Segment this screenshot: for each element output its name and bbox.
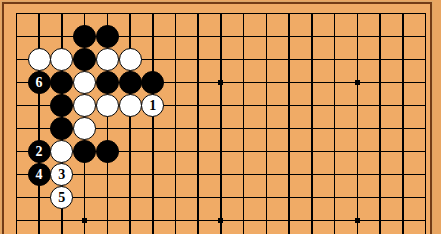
intersection: [50, 25, 73, 48]
intersection: [255, 163, 278, 186]
intersection: [210, 140, 233, 163]
intersection: [278, 140, 301, 163]
stone-number: 1: [149, 99, 156, 113]
intersection: [232, 186, 255, 209]
stone-number: 3: [58, 168, 65, 182]
intersection: [5, 163, 28, 186]
white-stone: [96, 48, 119, 71]
intersection: [232, 94, 255, 117]
intersection: [232, 2, 255, 25]
intersection: [346, 140, 369, 163]
white-stone: [28, 48, 51, 71]
white-stone: [50, 48, 73, 71]
intersection: [50, 232, 73, 234]
intersection: [301, 2, 324, 25]
intersection: [414, 232, 437, 234]
intersection: [50, 48, 73, 71]
intersection: [141, 163, 164, 186]
stone-number: 2: [36, 145, 43, 159]
intersection: [164, 232, 187, 234]
intersection: [210, 163, 233, 186]
intersection: [301, 140, 324, 163]
intersection: [187, 140, 210, 163]
intersection: [278, 25, 301, 48]
intersection: [73, 25, 96, 48]
intersection: [210, 94, 233, 117]
intersection: [28, 94, 51, 117]
intersection: [210, 209, 233, 232]
stone-number: 5: [58, 191, 65, 205]
intersection: [73, 232, 96, 234]
white-stone: 1: [141, 94, 164, 117]
intersection: [210, 2, 233, 25]
intersection: 3: [50, 163, 73, 186]
intersection: [5, 25, 28, 48]
intersection: [323, 186, 346, 209]
intersection: [255, 186, 278, 209]
intersection: [5, 94, 28, 117]
intersection: 6: [28, 71, 51, 94]
intersection: [391, 140, 414, 163]
intersection: [232, 71, 255, 94]
intersection: [187, 186, 210, 209]
intersection: [414, 209, 437, 232]
intersection: [210, 25, 233, 48]
intersection: [414, 25, 437, 48]
intersection: [369, 186, 392, 209]
black-stone: [50, 71, 73, 94]
intersection: [391, 163, 414, 186]
intersection: [96, 232, 119, 234]
intersection: [210, 71, 233, 94]
star-point: [355, 80, 360, 85]
intersection: [141, 232, 164, 234]
intersection: [414, 186, 437, 209]
intersection: [369, 25, 392, 48]
intersection: [96, 209, 119, 232]
intersection: [278, 117, 301, 140]
white-stone: [96, 94, 119, 117]
intersection: [96, 48, 119, 71]
intersection: [119, 163, 142, 186]
intersection: [119, 94, 142, 117]
intersection: 1: [141, 94, 164, 117]
white-stone: [50, 140, 73, 163]
intersection: [164, 94, 187, 117]
intersection: [301, 232, 324, 234]
white-stone: [119, 48, 142, 71]
intersection: [73, 163, 96, 186]
stone-number: 4: [36, 168, 43, 182]
stone-number: 6: [36, 76, 43, 90]
intersection: [346, 117, 369, 140]
intersection: [187, 71, 210, 94]
intersection: [278, 232, 301, 234]
intersection: [50, 117, 73, 140]
star-point: [355, 218, 360, 223]
intersection: [141, 48, 164, 71]
intersection: [119, 25, 142, 48]
intersection: [369, 2, 392, 25]
intersection: [414, 71, 437, 94]
intersection: [164, 2, 187, 25]
intersection: [73, 94, 96, 117]
black-stone: [50, 117, 73, 140]
intersection: [232, 48, 255, 71]
intersection: [119, 209, 142, 232]
intersection: 5: [50, 186, 73, 209]
intersection: [119, 186, 142, 209]
intersection: 4: [28, 163, 51, 186]
intersection: [391, 71, 414, 94]
black-stone: [96, 71, 119, 94]
intersection: [96, 186, 119, 209]
intersection: [164, 48, 187, 71]
intersection: [50, 2, 73, 25]
intersection: [210, 48, 233, 71]
intersection: [323, 117, 346, 140]
intersection: [73, 2, 96, 25]
white-stone: 3: [50, 163, 73, 186]
intersection: [391, 232, 414, 234]
intersection: [96, 94, 119, 117]
intersection: [119, 2, 142, 25]
intersection: [96, 25, 119, 48]
intersection: [28, 209, 51, 232]
intersection: [141, 209, 164, 232]
intersection: [301, 117, 324, 140]
intersection: [255, 209, 278, 232]
intersection: [346, 71, 369, 94]
intersection: [255, 2, 278, 25]
intersection: [96, 140, 119, 163]
intersection: [232, 163, 255, 186]
intersection: [210, 117, 233, 140]
intersection: [369, 209, 392, 232]
intersection: [278, 163, 301, 186]
intersection: [255, 94, 278, 117]
intersection: [141, 71, 164, 94]
intersection: [119, 140, 142, 163]
intersection: [164, 209, 187, 232]
intersection: [391, 117, 414, 140]
black-stone: [96, 25, 119, 48]
intersection: [232, 209, 255, 232]
intersection: [141, 140, 164, 163]
intersection: [73, 209, 96, 232]
intersection: [323, 48, 346, 71]
intersection: [278, 186, 301, 209]
intersection: [391, 186, 414, 209]
intersection: [323, 163, 346, 186]
intersection: [5, 209, 28, 232]
intersection: [164, 25, 187, 48]
intersection: [50, 71, 73, 94]
intersection: [369, 117, 392, 140]
intersection: [73, 48, 96, 71]
intersection: [255, 71, 278, 94]
black-stone: [73, 48, 96, 71]
intersection: [164, 140, 187, 163]
white-stone: 5: [50, 186, 73, 209]
intersection: [369, 48, 392, 71]
intersection: [5, 71, 28, 94]
intersection: [232, 25, 255, 48]
intersection: [28, 117, 51, 140]
intersection: [164, 117, 187, 140]
star-point: [82, 218, 87, 223]
intersection: [164, 186, 187, 209]
intersection: [346, 25, 369, 48]
intersection: [369, 232, 392, 234]
intersection: [164, 163, 187, 186]
intersection: [369, 94, 392, 117]
intersection: [5, 232, 28, 234]
intersection: [346, 163, 369, 186]
intersection: [5, 2, 28, 25]
intersection: [391, 94, 414, 117]
intersection: [187, 48, 210, 71]
intersection: [391, 209, 414, 232]
intersection: [346, 48, 369, 71]
intersection: [278, 94, 301, 117]
black-stone: [73, 25, 96, 48]
intersection: [346, 2, 369, 25]
intersection: [369, 71, 392, 94]
intersection: [278, 48, 301, 71]
intersection: [73, 140, 96, 163]
intersection: [414, 94, 437, 117]
intersection: [141, 186, 164, 209]
intersection: [119, 48, 142, 71]
intersection: [369, 140, 392, 163]
black-stone: 6: [28, 71, 51, 94]
intersection: [28, 186, 51, 209]
intersection: [187, 94, 210, 117]
intersection: [323, 232, 346, 234]
intersection: [5, 117, 28, 140]
intersection: [50, 209, 73, 232]
intersection: [28, 2, 51, 25]
intersection: [346, 94, 369, 117]
intersection: [73, 117, 96, 140]
intersection: [187, 2, 210, 25]
intersection: [96, 2, 119, 25]
intersection: [187, 232, 210, 234]
black-stone: [96, 140, 119, 163]
intersection: [96, 71, 119, 94]
intersection: [391, 2, 414, 25]
intersection: [232, 117, 255, 140]
intersection: [301, 71, 324, 94]
intersection: [414, 163, 437, 186]
intersection: [414, 140, 437, 163]
intersection: [232, 140, 255, 163]
intersection: [346, 209, 369, 232]
star-point: [218, 80, 223, 85]
intersection: [96, 163, 119, 186]
intersection: [210, 186, 233, 209]
intersection: [28, 48, 51, 71]
black-stone: [119, 71, 142, 94]
intersection: [141, 117, 164, 140]
intersection: [210, 232, 233, 234]
intersection: [5, 140, 28, 163]
intersection: [301, 94, 324, 117]
intersection: [278, 209, 301, 232]
go-board-diagram: 612435: [0, 0, 441, 234]
intersection: [28, 25, 51, 48]
black-stone: 2: [28, 140, 51, 163]
star-point: [218, 218, 223, 223]
intersection: [301, 209, 324, 232]
intersection: [369, 163, 392, 186]
intersection: [255, 140, 278, 163]
intersection: [255, 25, 278, 48]
intersection: [73, 186, 96, 209]
board-grid: 612435: [5, 2, 437, 234]
intersection: [391, 48, 414, 71]
intersection: [5, 48, 28, 71]
intersection: [414, 117, 437, 140]
intersection: [50, 94, 73, 117]
intersection: [119, 117, 142, 140]
intersection: [187, 163, 210, 186]
white-stone: [73, 117, 96, 140]
black-stone: [73, 140, 96, 163]
intersection: [141, 2, 164, 25]
intersection: [346, 186, 369, 209]
intersection: [323, 209, 346, 232]
intersection: [278, 2, 301, 25]
intersection: [301, 25, 324, 48]
intersection: 2: [28, 140, 51, 163]
intersection: [323, 25, 346, 48]
black-stone: [141, 71, 164, 94]
intersection: [323, 140, 346, 163]
intersection: [414, 48, 437, 71]
intersection: [278, 71, 301, 94]
intersection: [164, 71, 187, 94]
intersection: [73, 71, 96, 94]
intersection: [5, 186, 28, 209]
intersection: [301, 48, 324, 71]
intersection: [187, 25, 210, 48]
intersection: [96, 117, 119, 140]
intersection: [301, 163, 324, 186]
intersection: [187, 117, 210, 140]
white-stone: [73, 71, 96, 94]
intersection: [187, 209, 210, 232]
intersection: [255, 48, 278, 71]
intersection: [141, 25, 164, 48]
intersection: [255, 232, 278, 234]
black-stone: 4: [28, 163, 51, 186]
intersection: [255, 117, 278, 140]
intersection: [301, 186, 324, 209]
black-stone: [50, 94, 73, 117]
intersection: [119, 232, 142, 234]
intersection: [28, 232, 51, 234]
intersection: [323, 71, 346, 94]
intersection: [119, 71, 142, 94]
intersection: [391, 25, 414, 48]
intersection: [346, 232, 369, 234]
white-stone: [73, 94, 96, 117]
white-stone: [119, 94, 142, 117]
intersection: [414, 2, 437, 25]
intersection: [323, 94, 346, 117]
intersection: [232, 232, 255, 234]
intersection: [50, 140, 73, 163]
intersection: [323, 2, 346, 25]
